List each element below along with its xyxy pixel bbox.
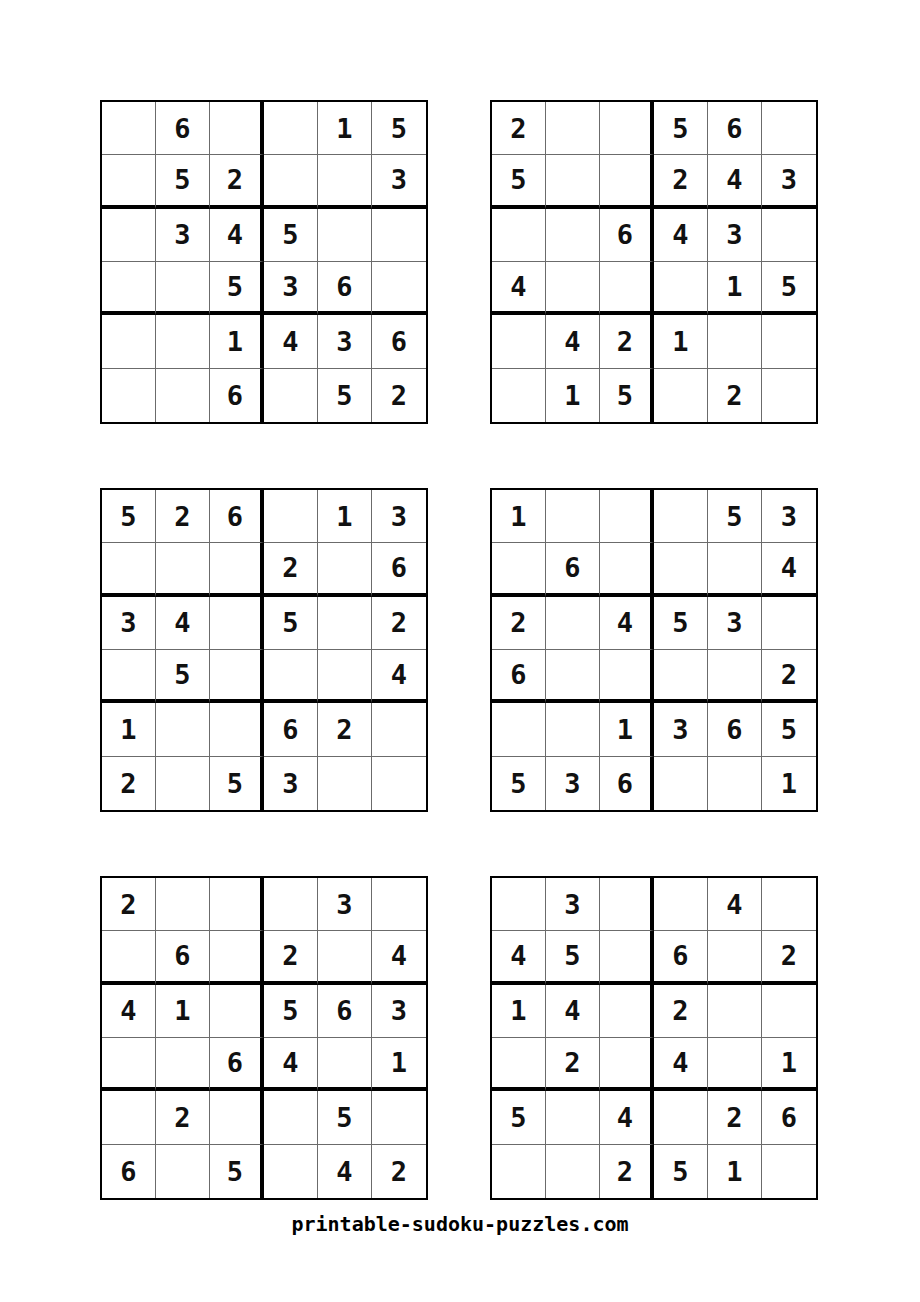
sudoku-cell-r4c6: 2 [762,650,816,703]
sudoku-cell-r1c5: 1 [318,490,372,543]
sudoku-cell-r4c3 [600,650,654,703]
sudoku-cell-r4c6: 1 [762,1038,816,1091]
sudoku-cell-r3c2: 1 [156,985,210,1038]
sudoku-cell-r2c4 [654,543,708,596]
sudoku-cell-r6c5: 1 [708,1145,762,1198]
sudoku-cell-r5c5: 6 [708,703,762,756]
sudoku-cell-r3c3 [210,985,264,1038]
sudoku-cell-r2c2: 6 [546,543,600,596]
sudoku-cell-r5c2 [546,1091,600,1144]
sudoku-cell-r6c5 [318,757,372,810]
sudoku-cell-r5c3 [210,1091,264,1144]
sudoku-cell-r1c1: 2 [492,102,546,155]
sudoku-cell-r1c4 [654,490,708,543]
sudoku-cell-r3c4: 2 [654,985,708,1038]
sudoku-cell-r1c3: 6 [210,490,264,543]
sudoku-cell-r1c5: 1 [318,102,372,155]
sudoku-cell-r4c1: 4 [492,262,546,315]
sudoku-cell-r1c4 [264,878,318,931]
sudoku-cell-r5c2 [156,703,210,756]
sudoku-cell-r6c6 [372,757,426,810]
sudoku-cell-r6c4: 5 [654,1145,708,1198]
sudoku-cell-r2c1: 5 [492,155,546,208]
sudoku-cell-r6c4 [654,757,708,810]
sudoku-cell-r4c6 [372,262,426,315]
sudoku-cell-r3c1 [102,209,156,262]
sudoku-cell-r3c3: 4 [210,209,264,262]
sudoku-cell-r5c3: 1 [210,315,264,368]
sudoku-cell-r2c1: 4 [492,931,546,984]
sudoku-cell-r3c2: 3 [156,209,210,262]
sudoku-cell-r4c1 [102,1038,156,1091]
sudoku-cell-r4c5 [708,650,762,703]
sudoku-cell-r3c6 [762,597,816,650]
sudoku-cell-r2c6: 3 [762,155,816,208]
sudoku-cell-r5c1 [102,315,156,368]
sudoku-cell-r1c6 [762,878,816,931]
sudoku-cell-r5c5: 3 [318,315,372,368]
sudoku-cell-r4c1 [102,262,156,315]
sudoku-cell-r1c4: 5 [654,102,708,155]
sudoku-cell-r6c2 [156,757,210,810]
sudoku-cell-r5c6: 6 [762,1091,816,1144]
sudoku-cell-r4c6: 4 [372,650,426,703]
sudoku-cell-r4c5 [318,650,372,703]
sudoku-cell-r2c3 [600,931,654,984]
sudoku-cell-r3c6 [762,209,816,262]
sudoku-cell-r4c2 [156,1038,210,1091]
sudoku-cell-r1c2: 2 [156,490,210,543]
sudoku-cell-r5c2: 2 [156,1091,210,1144]
sudoku-cell-r4c4 [264,650,318,703]
sudoku-cell-r4c2 [156,262,210,315]
sudoku-cell-r4c2 [546,650,600,703]
sudoku-cell-r2c2 [546,155,600,208]
sudoku-cell-r2c6: 4 [762,543,816,596]
sudoku-cell-r5c5 [708,315,762,368]
sudoku-cell-r1c6: 5 [372,102,426,155]
sudoku-cell-r2c5 [318,155,372,208]
sudoku-cell-r5c4 [264,1091,318,1144]
sudoku-cell-r6c6: 2 [372,1145,426,1198]
sudoku-cell-r3c1: 1 [492,985,546,1038]
sudoku-cell-r2c4: 2 [264,543,318,596]
sudoku-cell-r3c3: 6 [600,209,654,262]
sudoku-cell-r4c1: 6 [492,650,546,703]
sudoku-cell-r3c6: 3 [372,985,426,1038]
sudoku-cell-r1c1 [102,102,156,155]
sudoku-cell-r3c6: 2 [372,597,426,650]
sudoku-cell-r3c1: 4 [102,985,156,1038]
sudoku-cell-r2c1 [102,543,156,596]
sudoku-cell-r6c1 [492,1145,546,1198]
sudoku-cell-r1c3 [600,878,654,931]
sudoku-cell-r4c5 [708,1038,762,1091]
sudoku-cell-r2c3 [600,543,654,596]
sudoku-cell-r1c3 [600,490,654,543]
sudoku-cell-r3c2 [546,209,600,262]
sudoku-cell-r6c3: 2 [600,1145,654,1198]
sudoku-board-1: 6155233455361436652 [100,100,428,424]
sudoku-cell-r4c5: 6 [318,262,372,315]
sudoku-cell-r3c2: 4 [156,597,210,650]
sudoku-cell-r4c4 [654,262,708,315]
sudoku-cell-r2c2: 5 [156,155,210,208]
sudoku-cell-r6c2: 1 [546,369,600,422]
sudoku-cell-r1c1 [492,878,546,931]
sudoku-cell-r3c6 [372,209,426,262]
sudoku-cell-r4c6: 5 [762,262,816,315]
sudoku-cell-r5c1: 5 [492,1091,546,1144]
sudoku-cell-r2c3: 2 [210,155,264,208]
sudoku-cell-r6c2: 3 [546,757,600,810]
sudoku-cell-r1c3 [600,102,654,155]
sudoku-cell-r4c5: 1 [708,262,762,315]
sudoku-board-2: 2565243643415421152 [490,100,818,424]
sudoku-cell-r5c1: 1 [102,703,156,756]
sudoku-cell-r1c4 [264,490,318,543]
sudoku-cell-r5c6 [762,315,816,368]
sudoku-cell-r4c1 [102,650,156,703]
sudoku-cell-r4c3: 5 [210,262,264,315]
sudoku-cell-r4c4: 3 [264,262,318,315]
sudoku-cell-r2c6: 4 [372,931,426,984]
sudoku-cell-r4c6: 1 [372,1038,426,1091]
sudoku-cell-r6c3: 5 [210,757,264,810]
sudoku-cell-r3c5: 6 [318,985,372,1038]
sudoku-cell-r1c6 [372,878,426,931]
sudoku-cell-r5c4: 6 [264,703,318,756]
sudoku-cell-r2c1 [102,931,156,984]
sudoku-cell-r6c2 [546,1145,600,1198]
sudoku-cell-r2c1 [492,543,546,596]
sudoku-cell-r5c1 [492,703,546,756]
sudoku-cell-r2c6: 6 [372,543,426,596]
sudoku-cell-r2c5 [708,543,762,596]
sudoku-cell-r6c4 [264,1145,318,1198]
site-footer: printable-sudoku-puzzles.com [0,1212,920,1236]
sudoku-cell-r3c4: 4 [654,209,708,262]
sudoku-cell-r3c5: 3 [708,209,762,262]
sudoku-cell-r6c1: 5 [492,757,546,810]
sudoku-cell-r4c3: 6 [210,1038,264,1091]
sudoku-cell-r1c1: 1 [492,490,546,543]
sudoku-cell-r5c6 [372,703,426,756]
sudoku-cell-r5c2: 4 [546,315,600,368]
sudoku-cell-r4c4: 4 [654,1038,708,1091]
sudoku-cell-r6c4: 3 [264,757,318,810]
sudoku-cell-r1c4 [264,102,318,155]
sudoku-cell-r3c2 [546,597,600,650]
sudoku-cell-r2c4: 6 [654,931,708,984]
sudoku-cell-r3c5 [318,209,372,262]
sudoku-cell-r4c5 [318,1038,372,1091]
sudoku-cell-r6c6: 1 [762,757,816,810]
sudoku-cell-r2c3 [210,543,264,596]
sudoku-cell-r2c5 [318,543,372,596]
sudoku-cell-r1c6 [762,102,816,155]
sudoku-cell-r6c1 [102,369,156,422]
sudoku-cell-r2c6: 2 [762,931,816,984]
sudoku-cell-r2c6: 3 [372,155,426,208]
sudoku-cell-r4c3 [600,262,654,315]
sudoku-cell-r2c2: 6 [156,931,210,984]
sudoku-cell-r6c3: 5 [210,1145,264,1198]
sudoku-cell-r1c2: 3 [546,878,600,931]
sudoku-board-6: 3445621422415426251 [490,876,818,1200]
sudoku-cell-r4c3 [600,1038,654,1091]
sudoku-cell-r1c5: 6 [708,102,762,155]
sudoku-cell-r6c5: 5 [318,369,372,422]
sudoku-cell-r4c2: 5 [156,650,210,703]
sudoku-cell-r1c1: 5 [102,490,156,543]
sudoku-cell-r5c1 [102,1091,156,1144]
sudoku-cell-r5c2 [156,315,210,368]
sudoku-cell-r5c5: 5 [318,1091,372,1144]
sudoku-cell-r6c5 [708,757,762,810]
sudoku-cell-r1c6: 3 [372,490,426,543]
sudoku-cell-r6c4 [654,369,708,422]
sudoku-cell-r4c4 [654,650,708,703]
sudoku-cell-r4c4: 4 [264,1038,318,1091]
sudoku-cell-r5c3 [210,703,264,756]
sudoku-cell-r1c3 [210,102,264,155]
sudoku-cell-r1c1: 2 [102,878,156,931]
sudoku-cell-r5c4: 1 [654,315,708,368]
sudoku-cell-r5c6: 6 [372,315,426,368]
sudoku-cell-r2c5 [708,931,762,984]
sudoku-board-4: 1536424536213655361 [490,488,818,812]
sudoku-cell-r6c5: 2 [708,369,762,422]
sudoku-cell-r4c3 [210,650,264,703]
sudoku-cell-r5c5: 2 [318,703,372,756]
sudoku-cell-r6c2 [156,369,210,422]
sudoku-cell-r3c4: 5 [264,209,318,262]
sudoku-cell-r2c4: 2 [264,931,318,984]
sudoku-cell-r6c6 [762,369,816,422]
sudoku-cell-r1c3 [210,878,264,931]
sudoku-cell-r3c5 [318,597,372,650]
sudoku-cell-r4c1 [492,1038,546,1091]
sudoku-cell-r2c3 [600,155,654,208]
sudoku-cell-r3c1 [492,209,546,262]
sudoku-cell-r2c2 [156,543,210,596]
sudoku-cell-r3c3 [600,985,654,1038]
sudoku-cell-r1c5: 3 [318,878,372,931]
sudoku-cell-r3c1: 3 [102,597,156,650]
sudoku-cell-r2c4: 2 [654,155,708,208]
sudoku-cell-r1c5: 4 [708,878,762,931]
sudoku-cell-r4c2: 2 [546,1038,600,1091]
sudoku-cell-r2c2: 5 [546,931,600,984]
sudoku-cell-r1c6: 3 [762,490,816,543]
sudoku-cell-r5c2 [546,703,600,756]
sudoku-cell-r6c6: 2 [372,369,426,422]
sudoku-cell-r3c6 [762,985,816,1038]
sudoku-cell-r6c1: 2 [102,757,156,810]
sudoku-cell-r5c3: 1 [600,703,654,756]
sudoku-cell-r6c1: 6 [102,1145,156,1198]
sudoku-cell-r2c5: 4 [708,155,762,208]
sudoku-cell-r6c2 [156,1145,210,1198]
sudoku-cell-r2c5 [318,931,372,984]
sudoku-cell-r6c1 [492,369,546,422]
sudoku-cell-r1c5: 5 [708,490,762,543]
sudoku-cell-r3c5: 3 [708,597,762,650]
sudoku-cell-r6c5: 4 [318,1145,372,1198]
sudoku-cell-r6c3: 6 [210,369,264,422]
sudoku-cell-r3c4: 5 [264,597,318,650]
sudoku-cell-r3c1: 2 [492,597,546,650]
sudoku-cell-r5c1 [492,315,546,368]
sudoku-cell-r5c6 [372,1091,426,1144]
sudoku-cell-r5c3: 2 [600,315,654,368]
sudoku-cell-r1c2: 6 [156,102,210,155]
sudoku-cell-r5c4: 4 [264,315,318,368]
sudoku-cell-r6c3: 5 [600,369,654,422]
sudoku-cell-r6c6 [762,1145,816,1198]
sudoku-cell-r1c2 [546,490,600,543]
sudoku-board-3: 5261326345254162253 [100,488,428,812]
sudoku-cell-r5c3: 4 [600,1091,654,1144]
sudoku-cell-r1c2 [546,102,600,155]
sudoku-cell-r3c5 [708,985,762,1038]
sudoku-cell-r3c3 [210,597,264,650]
sudoku-cell-r3c4: 5 [264,985,318,1038]
sudoku-cell-r1c2 [156,878,210,931]
sudoku-cell-r2c4 [264,155,318,208]
sudoku-cell-r5c4 [654,1091,708,1144]
sudoku-cell-r4c2 [546,262,600,315]
sudoku-cell-r1c4 [654,878,708,931]
sudoku-cell-r5c5: 2 [708,1091,762,1144]
sudoku-cell-r6c3: 6 [600,757,654,810]
sudoku-cell-r5c6: 5 [762,703,816,756]
sudoku-cell-r3c3: 4 [600,597,654,650]
sudoku-cell-r2c1 [102,155,156,208]
sudoku-cell-r5c4: 3 [654,703,708,756]
sudoku-cell-r3c4: 5 [654,597,708,650]
sudoku-cell-r3c2: 4 [546,985,600,1038]
sudoku-board-5: 2362441563641256542 [100,876,428,1200]
sudoku-cell-r2c3 [210,931,264,984]
sudoku-cell-r6c4 [264,369,318,422]
